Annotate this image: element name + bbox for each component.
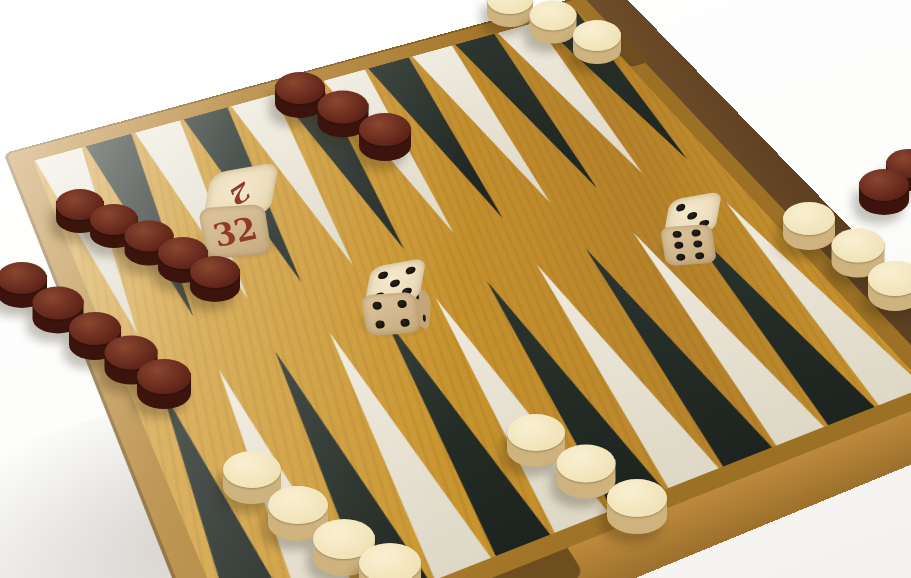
die-front-face — [660, 223, 717, 265]
die-pip — [378, 271, 389, 280]
die-pip — [674, 241, 684, 249]
die-pip — [694, 252, 704, 260]
dark-checker[interactable] — [137, 359, 191, 413]
die-pip — [692, 240, 702, 248]
die-pip — [687, 211, 698, 220]
die-pip — [690, 229, 700, 237]
die-pip — [371, 302, 382, 310]
cream-checker[interactable] — [783, 202, 835, 254]
cream-checker[interactable] — [530, 1, 577, 48]
die-pip — [390, 279, 401, 288]
dark-checker[interactable] — [359, 113, 411, 165]
die-pip — [374, 321, 385, 329]
dark-checker[interactable] — [859, 169, 909, 219]
doubling-cube[interactable]: 232 — [201, 169, 279, 253]
die-pip — [672, 230, 682, 238]
die-pip — [406, 266, 417, 275]
cream-checker[interactable] — [868, 261, 911, 315]
photo-scene: 232 — [0, 0, 911, 578]
dark-checker[interactable] — [190, 256, 240, 306]
die-front-face — [360, 292, 421, 337]
die-pip — [423, 314, 427, 323]
pieces-overlay: 232 — [0, 0, 911, 578]
die[interactable] — [662, 197, 722, 262]
cube-front-face: 32 — [198, 204, 272, 259]
cream-checker[interactable] — [359, 543, 421, 578]
cream-checker[interactable] — [607, 479, 667, 539]
die-pip — [396, 300, 407, 308]
cube-front-value: 32 — [209, 210, 262, 254]
die-pip — [399, 319, 410, 327]
cream-checker[interactable] — [573, 20, 621, 68]
die[interactable] — [363, 263, 427, 332]
die-pip — [676, 253, 686, 261]
cream-checker[interactable] — [487, 0, 533, 31]
die-pip — [676, 203, 687, 212]
